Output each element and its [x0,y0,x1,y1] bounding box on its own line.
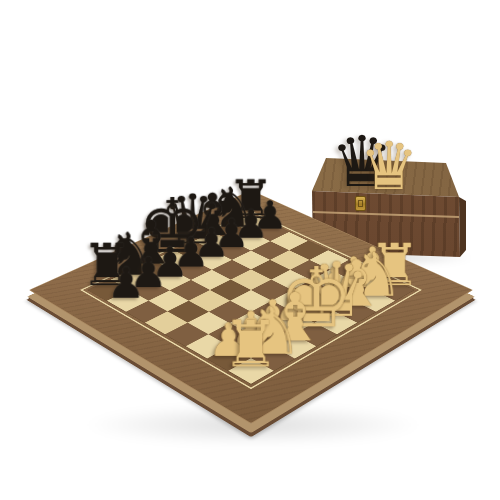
chess-set-photo: ♛ ♛ ♜♞♝♛♚♝♞♜♟♟♟♟♟♟♟♟♟♟♟♟♟♟♟♟♜♞♝♛♚♝♞♜ [0,0,500,500]
board-scene: ♜♞♝♛♚♝♞♜♟♟♟♟♟♟♟♟♟♟♟♟♟♟♟♟♜♞♝♛♚♝♞♜ [0,0,500,500]
chess-board: ♜♞♝♛♚♝♞♜♟♟♟♟♟♟♟♟♟♟♟♟♟♟♟♟♜♞♝♛♚♝♞♜ [29,190,473,424]
